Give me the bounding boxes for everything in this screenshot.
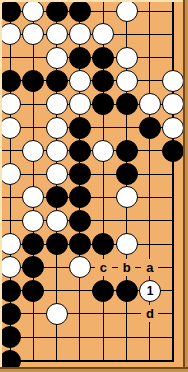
- stone-white: [139, 93, 161, 115]
- stone-black: [139, 117, 161, 139]
- grid-line-v: [33, 2, 34, 362]
- stone-white: [0, 93, 21, 115]
- stone-black: [69, 163, 91, 185]
- stone-white: [22, 23, 44, 45]
- stone-black: [0, 0, 21, 22]
- stone-white: [69, 23, 91, 45]
- label-c: c: [95, 259, 112, 276]
- stone-black: [69, 117, 91, 139]
- stone-black: [46, 233, 68, 255]
- label-b: b: [118, 259, 135, 276]
- stone-white: 1: [139, 280, 161, 302]
- stone-black: [116, 280, 138, 302]
- stone-black: [92, 70, 114, 92]
- grid-line-v: [172, 2, 174, 362]
- stone-white: [162, 117, 184, 139]
- board-frame-left: [0, 0, 2, 372]
- stone-black: [0, 326, 21, 348]
- stone-black: [0, 70, 21, 92]
- stone-white: [0, 23, 21, 45]
- label-d: d: [141, 305, 158, 322]
- stone-white: [92, 140, 114, 162]
- stone-black: [162, 140, 184, 162]
- stone-black: [0, 303, 21, 325]
- stone-black: [46, 70, 68, 92]
- stone-white: [46, 93, 68, 115]
- stone-white: [0, 256, 21, 278]
- stone-black: [46, 186, 68, 208]
- stone-white: [162, 93, 184, 115]
- stone-white: [46, 47, 68, 69]
- stone-black: [69, 140, 91, 162]
- grid-line-h: [2, 360, 174, 362]
- board-frame-right: [183, 0, 188, 372]
- stone-black: [116, 140, 138, 162]
- stone-black: [69, 210, 91, 232]
- stone-black: [69, 233, 91, 255]
- stone-black: [22, 256, 44, 278]
- stone-white: [162, 70, 184, 92]
- stone-white: [92, 23, 114, 45]
- stone-white: [46, 163, 68, 185]
- stone-white: [0, 117, 21, 139]
- stone-black: [46, 0, 68, 22]
- label-a: a: [141, 259, 158, 276]
- stone-black: [69, 47, 91, 69]
- stone-black: [92, 47, 114, 69]
- stone-black: [22, 70, 44, 92]
- stone-white: [69, 70, 91, 92]
- stone-white: [22, 186, 44, 208]
- stone-black: [0, 280, 21, 302]
- grid-line-h: [2, 337, 174, 338]
- stone-black: [92, 233, 114, 255]
- stone-white: [69, 93, 91, 115]
- stone-black: [116, 163, 138, 185]
- stone-black: [92, 93, 114, 115]
- stone-white: [46, 117, 68, 139]
- stone-white: [22, 140, 44, 162]
- stone-white: [0, 233, 21, 255]
- go-board: 1cbad: [0, 0, 188, 372]
- stone-white: [22, 210, 44, 232]
- stone-white: [46, 303, 68, 325]
- stone-black: [22, 233, 44, 255]
- stone-number: 1: [147, 285, 154, 297]
- stone-white: [116, 233, 138, 255]
- stone-white: [116, 186, 138, 208]
- stone-white: [46, 23, 68, 45]
- stone-black: [92, 280, 114, 302]
- board-frame-top: [0, 0, 188, 2]
- stone-white: [116, 0, 138, 22]
- stone-black: [22, 280, 44, 302]
- stone-white: [69, 256, 91, 278]
- stone-black: [69, 186, 91, 208]
- stone-white: [0, 163, 21, 185]
- board-frame-bottom: [0, 367, 188, 372]
- stone-white: [116, 47, 138, 69]
- stone-black: [69, 0, 91, 22]
- stone-black: [116, 93, 138, 115]
- stone-white: [22, 0, 44, 22]
- stone-white: [116, 70, 138, 92]
- stone-white: [46, 140, 68, 162]
- stone-white: [46, 210, 68, 232]
